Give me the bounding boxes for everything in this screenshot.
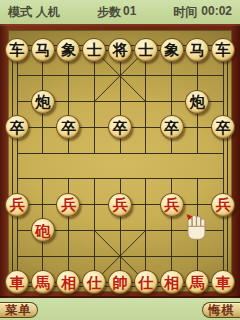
board-point-h6[interactable]	[184, 140, 210, 166]
board-point-i8[interactable]	[210, 89, 236, 115]
piece-red-馬[interactable]: 馬	[31, 270, 55, 294]
board-point-i5[interactable]	[210, 166, 236, 192]
board-point-b7[interactable]	[30, 114, 56, 140]
board-point-b9[interactable]	[30, 63, 56, 89]
board-point-b3[interactable]: 砲	[30, 218, 56, 244]
board-point-g10[interactable]: 象	[159, 37, 185, 63]
board-point-g8[interactable]	[159, 89, 185, 115]
move-counter: 步数 01	[97, 4, 136, 21]
board-point-f1[interactable]: 仕	[133, 269, 159, 295]
piece-red-兵[interactable]: 兵	[211, 193, 235, 217]
board-point-f10[interactable]: 士	[133, 37, 159, 63]
piece-black-卒[interactable]: 卒	[5, 115, 29, 139]
mode-value: 人机	[36, 4, 60, 21]
board-point-e4[interactable]: 兵	[107, 192, 133, 218]
board-point-a9[interactable]	[4, 63, 30, 89]
piece-black-车[interactable]: 车	[5, 38, 29, 62]
xiangqi-board: 车马象士将士象马车炮炮卒卒卒卒卒兵兵兵兵兵砲車馬相仕帥仕相馬車	[8, 30, 232, 292]
time-value: 00:02	[201, 4, 232, 21]
piece-red-仕[interactable]: 仕	[134, 270, 158, 294]
board-point-h7[interactable]	[184, 114, 210, 140]
board-point-e3[interactable]	[107, 218, 133, 244]
board-point-d1[interactable]: 仕	[81, 269, 107, 295]
board-point-c3[interactable]	[56, 218, 82, 244]
board-point-g5[interactable]	[159, 166, 185, 192]
board-point-i7[interactable]: 卒	[210, 114, 236, 140]
piece-black-炮[interactable]: 炮	[31, 90, 55, 114]
board-point-c4[interactable]: 兵	[56, 192, 82, 218]
board-point-c10[interactable]: 象	[56, 37, 82, 63]
board-point-c8[interactable]	[56, 89, 82, 115]
undo-button[interactable]: 悔棋	[202, 302, 240, 318]
board-point-f7[interactable]	[133, 114, 159, 140]
piece-red-車[interactable]: 車	[211, 270, 235, 294]
board-point-f5[interactable]	[133, 166, 159, 192]
board-point-c1[interactable]: 相	[56, 269, 82, 295]
board-point-d7[interactable]	[81, 114, 107, 140]
game-clock: 时间 00:02	[173, 4, 232, 21]
board-point-h8[interactable]: 炮	[184, 89, 210, 115]
piece-red-仕[interactable]: 仕	[82, 270, 106, 294]
piece-red-兵[interactable]: 兵	[160, 193, 184, 217]
board-point-g1[interactable]: 相	[159, 269, 185, 295]
hand-cursor	[184, 213, 210, 247]
board-point-i6[interactable]	[210, 140, 236, 166]
board-point-c5[interactable]	[56, 166, 82, 192]
piece-black-将[interactable]: 将	[108, 38, 132, 62]
piece-black-车[interactable]: 车	[211, 38, 235, 62]
board-point-a1[interactable]: 車	[4, 269, 30, 295]
menu-button[interactable]: 菜单	[0, 302, 38, 318]
piece-black-马[interactable]: 马	[185, 38, 209, 62]
board-point-e6[interactable]	[107, 140, 133, 166]
board-point-g3[interactable]	[159, 218, 185, 244]
board-point-e2[interactable]	[107, 243, 133, 269]
board-point-i3[interactable]	[210, 218, 236, 244]
piece-black-象[interactable]: 象	[56, 38, 80, 62]
board-point-f8[interactable]	[133, 89, 159, 115]
board-point-b10[interactable]: 马	[30, 37, 56, 63]
board-point-i1[interactable]: 車	[210, 269, 236, 295]
board-point-h9[interactable]	[184, 63, 210, 89]
piece-black-象[interactable]: 象	[160, 38, 184, 62]
board-point-h3[interactable]	[184, 218, 210, 244]
steps-value: 01	[123, 4, 136, 21]
piece-black-马[interactable]: 马	[31, 38, 55, 62]
board-point-b1[interactable]: 馬	[30, 269, 56, 295]
board-point-a10[interactable]: 车	[4, 37, 30, 63]
board-point-a2[interactable]	[4, 243, 30, 269]
board-point-e8[interactable]	[107, 89, 133, 115]
board-point-g6[interactable]	[159, 140, 185, 166]
board-point-i9[interactable]	[210, 63, 236, 89]
mode-label: 模式	[8, 4, 32, 21]
board-point-g7[interactable]: 卒	[159, 114, 185, 140]
board-point-d8[interactable]	[81, 89, 107, 115]
board-point-a8[interactable]	[4, 89, 30, 115]
piece-red-相[interactable]: 相	[56, 270, 80, 294]
board-point-b6[interactable]	[30, 140, 56, 166]
phone-screen: 模式 人机 步数 01 时间 00:02	[0, 0, 240, 320]
board-point-d5[interactable]	[81, 166, 107, 192]
board-point-b4[interactable]	[30, 192, 56, 218]
board-point-d3[interactable]	[81, 218, 107, 244]
pieces-grid: 车马象士将士象马车炮炮卒卒卒卒卒兵兵兵兵兵砲車馬相仕帥仕相馬車	[4, 37, 236, 295]
board-point-a4[interactable]: 兵	[4, 192, 30, 218]
board-point-f9[interactable]	[133, 63, 159, 89]
board-point-a3[interactable]	[4, 218, 30, 244]
piece-black-士[interactable]: 士	[134, 38, 158, 62]
board-point-g2[interactable]	[159, 243, 185, 269]
board-point-b5[interactable]	[30, 166, 56, 192]
piece-black-卒[interactable]: 卒	[108, 115, 132, 139]
board-point-b8[interactable]: 炮	[30, 89, 56, 115]
board-point-a6[interactable]	[4, 140, 30, 166]
piece-black-炮[interactable]: 炮	[185, 90, 209, 114]
board-point-d2[interactable]	[81, 243, 107, 269]
board-point-g4[interactable]: 兵	[159, 192, 185, 218]
board-point-b2[interactable]	[30, 243, 56, 269]
piece-red-車[interactable]: 車	[5, 270, 29, 294]
board-point-h1[interactable]: 馬	[184, 269, 210, 295]
board-point-i2[interactable]	[210, 243, 236, 269]
board-point-c2[interactable]	[56, 243, 82, 269]
board-point-d4[interactable]	[81, 192, 107, 218]
board-point-c9[interactable]	[56, 63, 82, 89]
piece-red-帥[interactable]: 帥	[108, 270, 132, 294]
board-point-e7[interactable]: 卒	[107, 114, 133, 140]
steps-label: 步数	[97, 4, 121, 21]
board-point-f4[interactable]	[133, 192, 159, 218]
board-point-f6[interactable]	[133, 140, 159, 166]
board-point-c6[interactable]	[56, 140, 82, 166]
piece-red-兵[interactable]: 兵	[108, 193, 132, 217]
piece-black-士[interactable]: 士	[82, 38, 106, 62]
piece-red-馬[interactable]: 馬	[185, 270, 209, 294]
board-point-d6[interactable]	[81, 140, 107, 166]
piece-black-卒[interactable]: 卒	[160, 115, 184, 139]
board-point-i4[interactable]: 兵	[210, 192, 236, 218]
time-label: 时间	[173, 4, 197, 21]
piece-red-兵[interactable]: 兵	[56, 193, 80, 217]
piece-red-砲[interactable]: 砲	[31, 218, 55, 242]
board-frame: 车马象士将士象马车炮炮卒卒卒卒卒兵兵兵兵兵砲車馬相仕帥仕相馬車	[0, 24, 240, 298]
status-bar: 模式 人机 步数 01 时间 00:02	[0, 0, 240, 24]
board-point-h2[interactable]	[184, 243, 210, 269]
board-point-h10[interactable]: 马	[184, 37, 210, 63]
board-point-d9[interactable]	[81, 63, 107, 89]
board-point-h5[interactable]	[184, 166, 210, 192]
board-point-e5[interactable]	[107, 166, 133, 192]
piece-black-卒[interactable]: 卒	[56, 115, 80, 139]
board-point-e1[interactable]: 帥	[107, 269, 133, 295]
piece-red-相[interactable]: 相	[160, 270, 184, 294]
board-point-f2[interactable]	[133, 243, 159, 269]
board-point-d10[interactable]: 士	[81, 37, 107, 63]
board-point-e9[interactable]	[107, 63, 133, 89]
board-point-f3[interactable]	[133, 218, 159, 244]
board-point-a5[interactable]	[4, 166, 30, 192]
board-point-e10[interactable]: 将	[107, 37, 133, 63]
softkey-bar: 菜单 悔棋	[0, 298, 240, 320]
board-point-a7[interactable]: 卒	[4, 114, 30, 140]
board-point-c7[interactable]: 卒	[56, 114, 82, 140]
mode-indicator: 模式 人机	[8, 4, 60, 21]
piece-red-兵[interactable]: 兵	[5, 193, 29, 217]
board-point-i10[interactable]: 车	[210, 37, 236, 63]
piece-black-卒[interactable]: 卒	[211, 115, 235, 139]
board-point-g9[interactable]	[159, 63, 185, 89]
